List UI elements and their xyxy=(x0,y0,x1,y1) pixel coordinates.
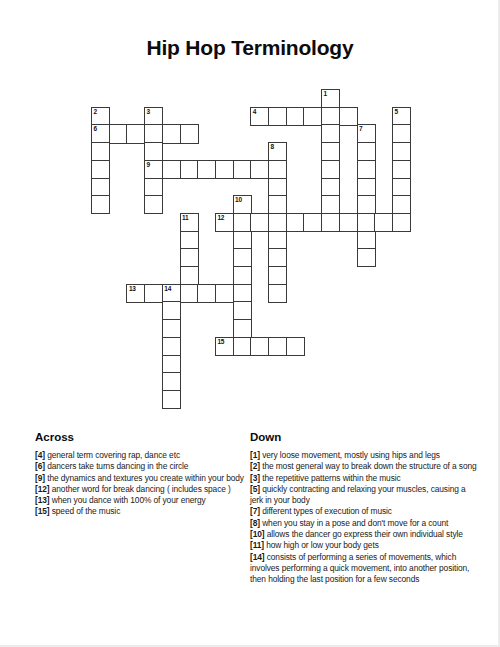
grid-cell[interactable] xyxy=(126,124,145,143)
grid-cell[interactable] xyxy=(268,213,287,232)
grid-cell[interactable] xyxy=(392,160,411,179)
clue-item: [11] how high or low your body gets xyxy=(250,540,479,551)
grid-cell[interactable] xyxy=(339,107,358,126)
grid-cell[interactable] xyxy=(321,160,340,179)
grid-cell[interactable] xyxy=(268,195,287,214)
grid-cell[interactable] xyxy=(180,266,199,285)
page-title: Hip Hop Terminology xyxy=(0,36,500,60)
clue-text: allows the dancer go express their own i… xyxy=(265,529,463,539)
clue-item: [4] general term covering rap, dance etc xyxy=(35,450,253,461)
clue-text: different types of execution of music xyxy=(260,506,392,516)
grid-cell[interactable] xyxy=(91,142,110,161)
clue-text: the dynamics and textures you create wit… xyxy=(45,473,244,483)
grid-cell[interactable] xyxy=(268,284,287,303)
across-clues-section: Across [4] general term covering rap, da… xyxy=(35,431,253,518)
down-clues-section: Down [1] very loose movement, mostly usi… xyxy=(250,431,479,586)
grid-cell[interactable] xyxy=(286,337,305,356)
grid-cell[interactable] xyxy=(303,107,322,126)
grid-cell[interactable] xyxy=(357,160,376,179)
clue-item: [15] speed of the music xyxy=(35,506,253,517)
grid-cell[interactable] xyxy=(392,195,411,214)
clue-number-label: [15] xyxy=(35,506,50,516)
grid-cell[interactable] xyxy=(180,248,199,267)
clue-number: 10 xyxy=(235,197,251,204)
grid-cell[interactable] xyxy=(162,390,181,409)
clue-number: 3 xyxy=(147,109,163,116)
grid-cell[interactable] xyxy=(321,178,340,197)
clue-number-label: [9] xyxy=(35,473,45,483)
grid-cell[interactable] xyxy=(197,160,216,179)
clue-number: 12 xyxy=(217,215,233,222)
grid-cell[interactable] xyxy=(268,178,287,197)
clue-number: 1 xyxy=(324,91,340,98)
clue-item: [6] dancers take turns dancing in the ci… xyxy=(35,461,253,472)
clue-text: very loose movement, mostly using hips a… xyxy=(260,450,440,460)
down-heading: Down xyxy=(250,431,479,443)
clue-number-label: [8] xyxy=(250,518,260,528)
grid-cell[interactable] xyxy=(91,178,110,197)
grid-cell[interactable] xyxy=(233,248,252,267)
grid-cell[interactable] xyxy=(144,195,163,214)
grid-cell[interactable] xyxy=(392,124,411,143)
grid-cell[interactable] xyxy=(144,178,163,197)
down-clue-list: [1] very loose movement, mostly using hi… xyxy=(250,450,479,586)
grid-cell[interactable] xyxy=(357,248,376,267)
clue-number: 9 xyxy=(147,162,163,169)
grid-cell[interactable] xyxy=(392,213,411,232)
clue-number-label: [13] xyxy=(35,495,50,505)
clue-text: how high or low your body gets xyxy=(264,540,379,550)
grid-cell[interactable]: 10 xyxy=(233,195,252,214)
grid-cell[interactable]: 9 xyxy=(144,160,163,179)
grid-cell[interactable] xyxy=(321,213,340,232)
clue-item: [9] the dynamics and textures you create… xyxy=(35,473,253,484)
grid-cell[interactable] xyxy=(162,319,181,338)
grid-cell[interactable]: 6 xyxy=(91,124,110,143)
grid-cell[interactable] xyxy=(233,319,252,338)
clue-number-label: [2] xyxy=(250,461,260,471)
clue-number-label: [1] xyxy=(250,450,260,460)
clue-text: another word for break dancing ( include… xyxy=(50,484,231,494)
grid-cell[interactable] xyxy=(91,195,110,214)
grid-cell[interactable] xyxy=(392,178,411,197)
clue-item: [7] different types of execution of musi… xyxy=(250,506,479,517)
grid-cell[interactable]: 15 xyxy=(215,337,234,356)
grid-cell[interactable] xyxy=(180,124,199,143)
grid-cell[interactable] xyxy=(144,124,163,143)
grid-cell[interactable] xyxy=(162,124,181,143)
clue-text: the most general way to break down the s… xyxy=(260,461,477,471)
clue-item: [5] quickly contracting and relaxing you… xyxy=(250,484,479,507)
grid-cell[interactable] xyxy=(321,124,340,143)
clue-number: 8 xyxy=(271,144,287,151)
clue-item: [10] allows the dancer go express their … xyxy=(250,529,479,540)
clue-text: when you dance with 100% of your energy xyxy=(50,495,206,505)
clue-number: 6 xyxy=(94,126,110,133)
clue-number: 14 xyxy=(164,286,180,293)
clue-text: speed of the music xyxy=(50,506,121,516)
grid-cell[interactable] xyxy=(339,213,358,232)
grid-cell[interactable]: 14 xyxy=(162,284,181,303)
grid-cell[interactable] xyxy=(357,231,376,250)
grid-cell[interactable] xyxy=(215,160,234,179)
clue-number: 13 xyxy=(129,286,145,293)
clue-item: [3] the repetitive patterns within the m… xyxy=(250,473,479,484)
clue-number-label: [7] xyxy=(250,506,260,516)
clue-item: [1] very loose movement, mostly using hi… xyxy=(250,450,479,461)
clue-number-label: [10] xyxy=(250,529,265,539)
grid-cell[interactable] xyxy=(268,337,287,356)
across-clue-list: [4] general term covering rap, dance etc… xyxy=(35,450,253,518)
grid-cell[interactable] xyxy=(392,142,411,161)
clue-item: [14] consists of performing a series of … xyxy=(250,552,479,586)
clue-number-label: [6] xyxy=(35,461,45,471)
grid-cell[interactable]: 12 xyxy=(215,213,234,232)
clue-text: quickly contracting and relaxing your mu… xyxy=(250,484,466,505)
clue-item: [8] when you stay in a pose and don't mo… xyxy=(250,518,479,529)
grid-cell[interactable] xyxy=(144,284,163,303)
clue-item: [12] another word for break dancing ( in… xyxy=(35,484,253,495)
clue-number-label: [3] xyxy=(250,473,260,483)
grid-cell[interactable]: 5 xyxy=(392,107,411,126)
clue-item: [13] when you dance with 100% of your en… xyxy=(35,495,253,506)
grid-cell[interactable] xyxy=(233,337,252,356)
crossword-grid: 123456789101112131415 xyxy=(91,89,411,409)
grid-cell[interactable] xyxy=(162,355,181,374)
clue-text: when you stay in a pose and don't move f… xyxy=(260,518,448,528)
grid-cell[interactable] xyxy=(250,160,269,179)
grid-cell[interactable] xyxy=(233,284,252,303)
clue-number: 5 xyxy=(394,109,410,116)
clue-number-label: [11] xyxy=(250,540,264,550)
grid-cell[interactable] xyxy=(162,372,181,391)
grid-cell[interactable] xyxy=(162,337,181,356)
grid-cell[interactable]: 7 xyxy=(357,124,376,143)
clue-number-label: [4] xyxy=(35,450,45,460)
clue-number: 15 xyxy=(217,339,233,346)
clue-item: [2] the most general way to break down t… xyxy=(250,461,479,472)
grid-cell[interactable] xyxy=(180,160,199,179)
grid-cell[interactable] xyxy=(321,107,340,126)
grid-cell[interactable] xyxy=(162,301,181,320)
grid-cell[interactable] xyxy=(357,178,376,197)
grid-cell[interactable] xyxy=(286,213,305,232)
grid-cell[interactable] xyxy=(268,248,287,267)
grid-cell[interactable] xyxy=(268,107,287,126)
clue-number-label: [14] xyxy=(250,552,265,562)
grid-cell[interactable] xyxy=(180,284,199,303)
grid-cell[interactable] xyxy=(233,266,252,285)
clue-text: the repetitive patterns within the music xyxy=(260,473,401,483)
across-heading: Across xyxy=(35,431,253,443)
clue-number-label: [12] xyxy=(35,484,50,494)
grid-cell[interactable]: 4 xyxy=(250,107,269,126)
grid-cell[interactable] xyxy=(197,284,216,303)
grid-cell[interactable] xyxy=(109,124,128,143)
grid-cell[interactable] xyxy=(233,301,252,320)
grid-cell[interactable]: 13 xyxy=(126,284,145,303)
grid-cell[interactable] xyxy=(233,213,252,232)
grid-cell[interactable] xyxy=(233,231,252,250)
grid-cell[interactable] xyxy=(233,160,252,179)
clue-number-label: [5] xyxy=(250,484,260,494)
grid-cell[interactable] xyxy=(215,284,234,303)
crossword-worksheet: Hip Hop Terminology 12345678910111213141… xyxy=(0,0,500,647)
grid-cell[interactable] xyxy=(321,195,340,214)
grid-cell[interactable]: 11 xyxy=(180,213,199,232)
grid-cell[interactable] xyxy=(357,142,376,161)
grid-cell[interactable]: 8 xyxy=(268,142,287,161)
grid-cell[interactable] xyxy=(91,160,110,179)
grid-cell[interactable] xyxy=(144,142,163,161)
grid-cell[interactable] xyxy=(357,195,376,214)
grid-cell[interactable] xyxy=(357,213,376,232)
clue-number: 11 xyxy=(182,215,198,222)
grid-cell[interactable] xyxy=(303,213,322,232)
grid-cell[interactable]: 1 xyxy=(321,89,340,108)
grid-cell[interactable] xyxy=(286,107,305,126)
grid-cell[interactable] xyxy=(321,142,340,161)
grid-cell[interactable] xyxy=(180,231,199,250)
clue-text: general term covering rap, dance etc xyxy=(45,450,180,460)
clue-number: 4 xyxy=(253,109,269,116)
clue-number: 7 xyxy=(359,126,375,133)
grid-cell[interactable] xyxy=(268,160,287,179)
clue-text: dancers take turns dancing in the circle xyxy=(45,461,188,471)
grid-cell[interactable] xyxy=(268,231,287,250)
grid-cell[interactable] xyxy=(268,266,287,285)
clue-number: 2 xyxy=(94,109,110,116)
grid-cell[interactable] xyxy=(250,337,269,356)
clue-text: consists of performing a series of movem… xyxy=(250,552,469,585)
grid-cell[interactable]: 2 xyxy=(91,107,110,126)
grid-cell[interactable] xyxy=(162,160,181,179)
grid-cell[interactable]: 3 xyxy=(144,107,163,126)
grid-cell[interactable] xyxy=(374,213,393,232)
grid-cell[interactable] xyxy=(250,213,269,232)
